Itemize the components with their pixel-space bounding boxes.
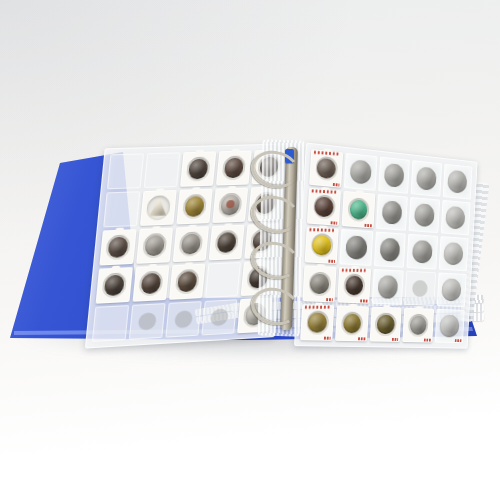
- holder-window: [186, 157, 211, 181]
- coin-holder: [370, 307, 402, 342]
- coin: [177, 271, 198, 292]
- holder-window: [222, 156, 246, 180]
- coin: [188, 159, 209, 179]
- coin: [308, 312, 328, 333]
- coin: [104, 275, 125, 296]
- empty-pocket: [129, 303, 166, 340]
- holder-window: [175, 269, 200, 294]
- holder-window: [142, 233, 167, 258]
- coin-holder: [173, 226, 209, 262]
- coin-holder: [176, 189, 212, 225]
- coin-holder: [338, 267, 371, 303]
- coin-holder: [335, 305, 368, 341]
- coin-pocket: [434, 309, 464, 343]
- coin-holder: [309, 149, 343, 188]
- coin: [220, 195, 240, 215]
- coin: [343, 313, 362, 334]
- coin-holder: [136, 228, 173, 264]
- handwritten-price-mark: [392, 338, 399, 341]
- coin: [314, 196, 334, 218]
- coin: [444, 242, 464, 265]
- coin: [412, 240, 433, 264]
- holder-window: [218, 193, 242, 217]
- holder-window: [347, 197, 370, 222]
- holder-window: [313, 194, 336, 220]
- holder-window: [146, 196, 171, 220]
- coin-pocket: [438, 236, 468, 271]
- right-page-grid: [294, 142, 478, 348]
- handwritten-price-mark: [455, 339, 461, 341]
- handwritten-label: [305, 306, 330, 309]
- coin-holder: [402, 308, 433, 343]
- handwritten-label: [314, 151, 339, 156]
- coin: [350, 159, 372, 184]
- coin: [409, 315, 427, 335]
- handwritten-price-mark: [328, 260, 335, 263]
- coin-pocket: [376, 194, 408, 231]
- empty-pocket: [107, 153, 144, 189]
- empty-pocket: [201, 299, 237, 335]
- coin: [442, 278, 462, 301]
- handwritten-price-mark: [326, 298, 333, 301]
- coin: [140, 273, 161, 294]
- coin-holder: [216, 150, 252, 185]
- empty-pocket: [92, 305, 129, 342]
- coin: [414, 203, 435, 227]
- coin-pocket: [372, 269, 404, 305]
- holder-window: [308, 271, 331, 296]
- coin: [345, 275, 364, 296]
- holder-window: [375, 312, 397, 336]
- coin-holder: [133, 265, 170, 301]
- holder-window: [138, 271, 163, 296]
- coin: [184, 196, 205, 216]
- coin: [216, 232, 236, 252]
- handwritten-price-mark: [330, 221, 337, 224]
- coin-toning: [226, 200, 235, 209]
- coin: [381, 200, 402, 224]
- holder-window: [179, 232, 204, 256]
- coin: [384, 163, 405, 188]
- coin: [312, 235, 332, 256]
- handwritten-price-mark: [365, 224, 372, 227]
- handwritten-price-mark: [360, 299, 367, 302]
- coin: [310, 273, 330, 294]
- coin-pocket: [340, 229, 373, 266]
- coin: [144, 235, 165, 256]
- coin: [448, 170, 468, 194]
- coin: [349, 199, 368, 220]
- handwritten-label: [309, 229, 334, 233]
- coin: [377, 314, 395, 334]
- coin: [379, 238, 400, 262]
- holder-window: [306, 310, 329, 335]
- handwritten-label: [311, 190, 336, 194]
- coin-pocket: [407, 234, 438, 270]
- coin: [346, 235, 368, 259]
- coin-holder: [342, 191, 375, 228]
- coin-holder: [96, 267, 133, 304]
- handwritten-label: [342, 269, 366, 272]
- empty-pocket: [103, 191, 140, 227]
- coin: [224, 158, 244, 178]
- empty-pocket: [405, 271, 436, 306]
- coin-holder: [300, 304, 335, 341]
- coin-holder: [209, 225, 245, 261]
- holder-window: [408, 313, 429, 337]
- empty-pocket: [205, 262, 241, 298]
- holder-window: [315, 155, 338, 181]
- holder-window: [343, 273, 366, 298]
- empty-pocket: [144, 152, 181, 188]
- holder-window: [341, 311, 364, 335]
- coin-pocket: [436, 272, 466, 307]
- coin-pocket: [411, 160, 442, 197]
- coin: [377, 275, 398, 299]
- coin: [147, 197, 170, 219]
- coin-album-photo: [0, 0, 500, 500]
- handwritten-price-mark: [424, 339, 431, 341]
- handwritten-price-mark: [358, 337, 365, 340]
- empty-pocket: [165, 301, 201, 337]
- holder-window: [310, 233, 333, 259]
- holder-window: [102, 273, 127, 298]
- coin: [107, 237, 128, 258]
- coin: [446, 206, 466, 229]
- coin-holder: [302, 265, 336, 302]
- coin-pocket: [440, 200, 470, 236]
- handwritten-price-mark: [333, 183, 340, 186]
- coin-holder: [99, 229, 136, 265]
- coin: [440, 315, 460, 338]
- coin-pocket: [378, 157, 410, 194]
- coin-holder: [212, 188, 248, 223]
- coin-pocket: [344, 153, 377, 191]
- coin-holder: [305, 226, 339, 264]
- coin: [416, 166, 436, 190]
- coin-pocket: [374, 231, 406, 267]
- coin-holder: [169, 264, 205, 300]
- holder-window: [105, 235, 130, 260]
- holder-window: [214, 230, 238, 254]
- holder-window: [182, 194, 207, 218]
- coin-pocket: [442, 164, 472, 200]
- handwritten-price-mark: [324, 337, 331, 340]
- coin-holder: [307, 188, 341, 226]
- coin-holder: [180, 151, 216, 186]
- coin-pocket: [409, 197, 440, 233]
- coin: [317, 157, 337, 179]
- coin: [181, 234, 202, 255]
- coin-holder: [140, 190, 177, 226]
